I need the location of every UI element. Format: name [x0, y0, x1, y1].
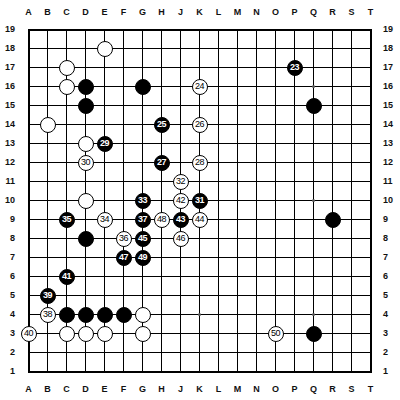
intersection-S18: [342, 39, 361, 58]
intersection-F17: [114, 58, 133, 77]
intersection-T16: [361, 77, 380, 96]
row-label-8: 8: [382, 229, 399, 248]
row-label-2: 2: [0, 343, 17, 362]
intersection-F3: [114, 324, 133, 343]
intersection-D17: [76, 58, 95, 77]
intersection-F12: [114, 153, 133, 172]
stone-white-J8: 46: [173, 231, 189, 247]
intersection-Q1: [304, 362, 323, 381]
row-label-8: 8: [0, 229, 17, 248]
intersection-N17: [247, 58, 266, 77]
intersection-R3: [323, 324, 342, 343]
star-point-Q10: [312, 199, 315, 202]
column-label-O: O: [266, 382, 285, 396]
intersection-C18: [57, 39, 76, 58]
intersection-B11: [38, 172, 57, 191]
stone-white-C3: [59, 326, 75, 342]
intersection-M3: [228, 324, 247, 343]
intersection-E7: [95, 248, 114, 267]
intersection-B19: [38, 20, 57, 39]
intersection-S2: [342, 343, 361, 362]
intersection-T17: [361, 58, 380, 77]
intersection-G1: [133, 362, 152, 381]
intersection-O14: [266, 115, 285, 134]
intersection-N1: [247, 362, 266, 381]
intersection-S15: [342, 96, 361, 115]
intersection-E5: [95, 286, 114, 305]
intersection-J7: [171, 248, 190, 267]
intersection-G15: [133, 96, 152, 115]
column-label-E: E: [95, 382, 114, 396]
intersection-G11: [133, 172, 152, 191]
stone-black-C4: [59, 307, 75, 323]
intersection-A2: [19, 343, 38, 362]
intersection-E14: [95, 115, 114, 134]
intersection-T1: [361, 362, 380, 381]
intersection-R10: [323, 191, 342, 210]
intersection-F11: [114, 172, 133, 191]
intersection-O10: [266, 191, 285, 210]
stone-black-D15: [78, 98, 94, 114]
intersection-R18: [323, 39, 342, 58]
intersection-N15: [247, 96, 266, 115]
row-label-13: 13: [382, 134, 399, 153]
intersection-N13: [247, 134, 266, 153]
intersection-M6: [228, 267, 247, 286]
intersection-D2: [76, 343, 95, 362]
intersection-G12: [133, 153, 152, 172]
row-label-7: 7: [382, 248, 399, 267]
intersection-Q7: [304, 248, 323, 267]
row-label-12: 12: [0, 153, 17, 172]
intersection-A18: [19, 39, 38, 58]
intersection-C14: [57, 115, 76, 134]
intersection-C1: [57, 362, 76, 381]
stone-black-G9: 37: [135, 212, 151, 228]
column-label-L: L: [209, 5, 228, 19]
row-label-11: 11: [0, 172, 17, 191]
intersection-M12: [228, 153, 247, 172]
intersection-D5: [76, 286, 95, 305]
intersection-B6: [38, 267, 57, 286]
intersection-L14: [209, 115, 228, 134]
intersection-F10: [114, 191, 133, 210]
intersection-O13: [266, 134, 285, 153]
intersection-P7: [285, 248, 304, 267]
intersection-J12: [171, 153, 190, 172]
stone-white-A3: 40: [21, 326, 37, 342]
intersection-S10: [342, 191, 361, 210]
intersection-M2: [228, 343, 247, 362]
intersection-D11: [76, 172, 95, 191]
intersection-O6: [266, 267, 285, 286]
intersection-A8: [19, 229, 38, 248]
intersection-P6: [285, 267, 304, 286]
row-label-9: 9: [382, 210, 399, 229]
intersection-H2: [152, 343, 171, 362]
star-point-Q4: [312, 313, 315, 316]
column-label-G: G: [133, 5, 152, 19]
stone-white-H9: 48: [154, 212, 170, 228]
column-label-K: K: [190, 5, 209, 19]
row-label-1: 1: [0, 362, 17, 381]
intersection-S13: [342, 134, 361, 153]
intersection-T11: [361, 172, 380, 191]
stone-white-K12: 28: [192, 155, 208, 171]
intersection-E19: [95, 20, 114, 39]
column-label-S: S: [342, 5, 361, 19]
intersection-O11: [266, 172, 285, 191]
intersection-B17: [38, 58, 57, 77]
intersection-P13: [285, 134, 304, 153]
intersection-M14: [228, 115, 247, 134]
intersection-R14: [323, 115, 342, 134]
intersection-P4: [285, 305, 304, 324]
intersection-C15: [57, 96, 76, 115]
intersection-J2: [171, 343, 190, 362]
stone-white-E18: [97, 41, 113, 57]
intersection-J19: [171, 20, 190, 39]
intersection-N2: [247, 343, 266, 362]
intersection-M16: [228, 77, 247, 96]
stone-black-J9: 43: [173, 212, 189, 228]
column-label-A: A: [19, 382, 38, 396]
intersection-M18: [228, 39, 247, 58]
intersection-N4: [247, 305, 266, 324]
intersection-T8: [361, 229, 380, 248]
intersection-P8: [285, 229, 304, 248]
stone-black-G7: 49: [135, 250, 151, 266]
intersection-L13: [209, 134, 228, 153]
intersection-F1: [114, 362, 133, 381]
intersection-Q17: [304, 58, 323, 77]
intersection-O1: [266, 362, 285, 381]
intersection-S8: [342, 229, 361, 248]
row-label-17: 17: [0, 58, 17, 77]
intersection-Q5: [304, 286, 323, 305]
column-labels-bottom: ABCDEFGHJKLMNOPQRST: [19, 382, 380, 396]
intersection-E10: [95, 191, 114, 210]
column-label-B: B: [38, 382, 57, 396]
intersection-Q12: [304, 153, 323, 172]
stone-black-P17: 23: [287, 60, 303, 76]
intersection-J18: [171, 39, 190, 58]
intersection-H8: [152, 229, 171, 248]
row-label-16: 16: [382, 77, 399, 96]
intersection-C7: [57, 248, 76, 267]
star-point-Q16: [312, 85, 315, 88]
row-label-19: 19: [382, 20, 399, 39]
intersection-K11: [190, 172, 209, 191]
intersection-C11: [57, 172, 76, 191]
intersection-T10: [361, 191, 380, 210]
intersection-E11: [95, 172, 114, 191]
column-labels-top: ABCDEFGHJKLMNOPQRST: [19, 5, 380, 19]
row-label-18: 18: [0, 39, 17, 58]
intersection-D19: [76, 20, 95, 39]
intersection-M7: [228, 248, 247, 267]
column-label-Q: Q: [304, 382, 323, 396]
intersection-S4: [342, 305, 361, 324]
intersection-O4: [266, 305, 285, 324]
column-label-M: M: [228, 382, 247, 396]
intersection-K2: [190, 343, 209, 362]
column-label-L: L: [209, 382, 228, 396]
intersection-O19: [266, 20, 285, 39]
intersection-N14: [247, 115, 266, 134]
intersection-P11: [285, 172, 304, 191]
stone-white-B14: [40, 117, 56, 133]
intersection-T19: [361, 20, 380, 39]
intersection-D1: [76, 362, 95, 381]
intersection-C12: [57, 153, 76, 172]
stone-black-Q3: [306, 326, 322, 342]
intersection-F14: [114, 115, 133, 134]
intersection-P10: [285, 191, 304, 210]
intersection-S9: [342, 210, 361, 229]
intersection-N18: [247, 39, 266, 58]
intersection-C2: [57, 343, 76, 362]
intersection-E1: [95, 362, 114, 381]
intersection-R1: [323, 362, 342, 381]
intersection-J3: [171, 324, 190, 343]
intersection-H1: [152, 362, 171, 381]
intersection-F16: [114, 77, 133, 96]
intersection-H7: [152, 248, 171, 267]
intersection-L9: [209, 210, 228, 229]
intersection-F2: [114, 343, 133, 362]
intersection-S19: [342, 20, 361, 39]
row-label-5: 5: [382, 286, 399, 305]
intersection-O9: [266, 210, 285, 229]
intersection-J13: [171, 134, 190, 153]
intersection-R19: [323, 20, 342, 39]
stone-black-C9: 35: [59, 212, 75, 228]
intersection-S14: [342, 115, 361, 134]
row-label-16: 16: [0, 77, 17, 96]
stone-black-F4: [116, 307, 132, 323]
intersection-B8: [38, 229, 57, 248]
intersection-T15: [361, 96, 380, 115]
row-label-10: 10: [0, 191, 17, 210]
intersection-Q11: [304, 172, 323, 191]
row-label-12: 12: [382, 153, 399, 172]
intersection-G18: [133, 39, 152, 58]
intersection-T2: [361, 343, 380, 362]
intersection-A5: [19, 286, 38, 305]
row-label-14: 14: [382, 115, 399, 134]
column-label-D: D: [76, 382, 95, 396]
column-label-S: S: [342, 382, 361, 396]
intersection-J14: [171, 115, 190, 134]
intersection-S3: [342, 324, 361, 343]
intersection-L17: [209, 58, 228, 77]
intersection-M13: [228, 134, 247, 153]
intersection-N3: [247, 324, 266, 343]
row-label-3: 3: [0, 324, 17, 343]
intersection-F18: [114, 39, 133, 58]
intersection-F13: [114, 134, 133, 153]
intersection-T5: [361, 286, 380, 305]
intersection-G6: [133, 267, 152, 286]
row-labels-left: 19181716151413121110987654321: [0, 20, 17, 381]
intersection-J15: [171, 96, 190, 115]
intersection-R12: [323, 153, 342, 172]
intersection-T4: [361, 305, 380, 324]
intersection-K17: [190, 58, 209, 77]
intersection-B10: [38, 191, 57, 210]
stone-black-D16: [78, 79, 94, 95]
intersection-N9: [247, 210, 266, 229]
column-label-G: G: [133, 382, 152, 396]
stone-black-D4: [78, 307, 94, 323]
row-label-10: 10: [382, 191, 399, 210]
intersection-B16: [38, 77, 57, 96]
column-label-R: R: [323, 5, 342, 19]
intersection-H13: [152, 134, 171, 153]
intersection-R7: [323, 248, 342, 267]
column-label-M: M: [228, 5, 247, 19]
stone-white-D13: [78, 136, 94, 152]
intersection-L1: [209, 362, 228, 381]
stone-white-O3: 50: [268, 326, 284, 342]
intersection-B3: [38, 324, 57, 343]
column-label-P: P: [285, 5, 304, 19]
column-label-J: J: [171, 382, 190, 396]
stone-black-G10: 33: [135, 193, 151, 209]
column-label-T: T: [361, 5, 380, 19]
intersection-A6: [19, 267, 38, 286]
intersection-B1: [38, 362, 57, 381]
row-label-6: 6: [382, 267, 399, 286]
intersection-B12: [38, 153, 57, 172]
stone-black-G8: 45: [135, 231, 151, 247]
intersection-A1: [19, 362, 38, 381]
intersection-C19: [57, 20, 76, 39]
stone-white-K9: 44: [192, 212, 208, 228]
intersection-T13: [361, 134, 380, 153]
intersection-B15: [38, 96, 57, 115]
intersection-O8: [266, 229, 285, 248]
row-label-18: 18: [382, 39, 399, 58]
intersection-Q6: [304, 267, 323, 286]
intersection-A13: [19, 134, 38, 153]
intersection-P19: [285, 20, 304, 39]
intersection-K1: [190, 362, 209, 381]
intersection-L2: [209, 343, 228, 362]
column-label-J: J: [171, 5, 190, 19]
intersection-B7: [38, 248, 57, 267]
intersection-J6: [171, 267, 190, 286]
star-point-K4: [198, 313, 201, 316]
row-label-1: 1: [382, 362, 399, 381]
row-label-4: 4: [382, 305, 399, 324]
intersection-E17: [95, 58, 114, 77]
intersection-K6: [190, 267, 209, 286]
intersection-M15: [228, 96, 247, 115]
intersection-N10: [247, 191, 266, 210]
intersection-B13: [38, 134, 57, 153]
intersection-N11: [247, 172, 266, 191]
intersection-K15: [190, 96, 209, 115]
intersection-Q2: [304, 343, 323, 362]
intersection-A17: [19, 58, 38, 77]
intersection-O16: [266, 77, 285, 96]
go-diagram: ABCDEFGHJKLMNOPQRST ABCDEFGHJKLMNOPQRST …: [0, 0, 400, 400]
intersection-D14: [76, 115, 95, 134]
intersection-E12: [95, 153, 114, 172]
intersection-T14: [361, 115, 380, 134]
stone-white-C17: [59, 60, 75, 76]
column-label-A: A: [19, 5, 38, 19]
stone-white-E9: 34: [97, 212, 113, 228]
row-label-17: 17: [382, 58, 399, 77]
intersection-P9: [285, 210, 304, 229]
row-label-2: 2: [382, 343, 399, 362]
stone-white-D10: [78, 193, 94, 209]
intersection-P12: [285, 153, 304, 172]
intersection-J5: [171, 286, 190, 305]
intersection-J17: [171, 58, 190, 77]
intersection-O2: [266, 343, 285, 362]
intersection-J1: [171, 362, 190, 381]
intersection-S11: [342, 172, 361, 191]
row-label-11: 11: [382, 172, 399, 191]
intersection-P3: [285, 324, 304, 343]
intersection-R5: [323, 286, 342, 305]
intersection-R16: [323, 77, 342, 96]
intersection-L12: [209, 153, 228, 172]
intersection-P1: [285, 362, 304, 381]
intersection-T18: [361, 39, 380, 58]
column-label-H: H: [152, 5, 171, 19]
intersection-K13: [190, 134, 209, 153]
intersection-H19: [152, 20, 171, 39]
intersection-N6: [247, 267, 266, 286]
row-label-15: 15: [382, 96, 399, 115]
intersection-O15: [266, 96, 285, 115]
intersection-T12: [361, 153, 380, 172]
stone-white-F8: 36: [116, 231, 132, 247]
intersection-A9: [19, 210, 38, 229]
intersection-S5: [342, 286, 361, 305]
intersection-P18: [285, 39, 304, 58]
column-label-N: N: [247, 382, 266, 396]
intersection-G13: [133, 134, 152, 153]
intersection-G5: [133, 286, 152, 305]
column-label-T: T: [361, 382, 380, 396]
intersection-A11: [19, 172, 38, 191]
intersection-N12: [247, 153, 266, 172]
intersection-M11: [228, 172, 247, 191]
intersection-F19: [114, 20, 133, 39]
intersection-S12: [342, 153, 361, 172]
intersection-M4: [228, 305, 247, 324]
intersection-L19: [209, 20, 228, 39]
intersection-G14: [133, 115, 152, 134]
intersection-L6: [209, 267, 228, 286]
stone-white-J10: 42: [173, 193, 189, 209]
intersection-D9: [76, 210, 95, 229]
stone-white-K14: 26: [192, 117, 208, 133]
intersection-G2: [133, 343, 152, 362]
intersection-Q9: [304, 210, 323, 229]
intersection-L5: [209, 286, 228, 305]
intersection-A4: [19, 305, 38, 324]
column-label-R: R: [323, 382, 342, 396]
intersection-Q19: [304, 20, 323, 39]
intersection-N8: [247, 229, 266, 248]
